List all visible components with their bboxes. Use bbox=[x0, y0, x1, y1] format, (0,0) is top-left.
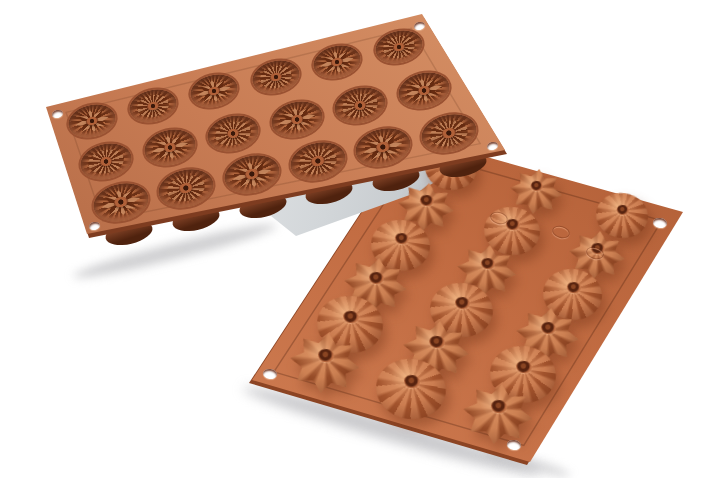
mold-top-view bbox=[0, 0, 720, 478]
product-photo-stage: Product photo on white background: two t… bbox=[0, 0, 720, 478]
